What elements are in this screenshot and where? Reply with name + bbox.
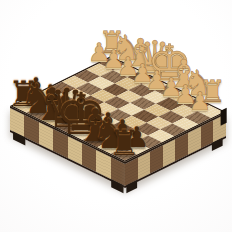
pieces-layer: ♜♞♝♛♚♝♞♜♟♟♟♟♟♟♟♟♟♟♟♟♟♟♟♟♜♞♝♛♚♝♞♜ <box>0 0 232 232</box>
piece-black-rook: ♜ <box>108 126 139 161</box>
chess-set-photo: ♜♞♝♛♚♝♞♜♟♟♟♟♟♟♟♟♟♟♟♟♟♟♟♟♜♞♝♛♚♝♞♜ <box>0 0 232 232</box>
piece-white-pawn: ♟ <box>188 88 211 114</box>
